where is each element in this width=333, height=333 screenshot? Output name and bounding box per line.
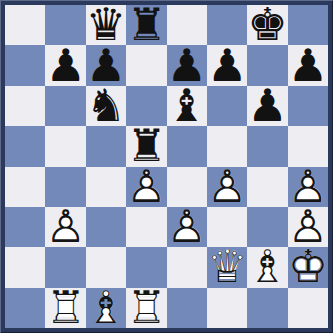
piece-glyph: ♟ (247, 83, 287, 128)
square-f1[interactable] (207, 288, 247, 328)
square-g2[interactable]: ♝♗ (247, 247, 287, 287)
piece-glyph: ♜ (126, 2, 166, 47)
square-d4[interactable]: ♟♙ (126, 167, 166, 207)
black-pawn[interactable]: ♟ (247, 86, 287, 126)
white-bishop[interactable]: ♝♗ (247, 247, 287, 287)
square-g5[interactable] (247, 126, 287, 166)
piece-glyph: ♟ (45, 42, 85, 87)
white-rook[interactable]: ♜♖ (45, 288, 85, 328)
square-g8[interactable]: ♚ (247, 5, 287, 45)
square-g6[interactable]: ♟ (247, 86, 287, 126)
square-d8[interactable]: ♜ (126, 5, 166, 45)
piece-outline-glyph: ♙ (45, 204, 85, 249)
square-b7[interactable]: ♟ (45, 45, 85, 85)
piece-outline-glyph: ♖ (45, 284, 85, 329)
square-h6[interactable] (288, 86, 328, 126)
square-a4[interactable] (5, 167, 45, 207)
white-queen[interactable]: ♛♕ (207, 247, 247, 287)
square-d3[interactable] (126, 207, 166, 247)
square-c1[interactable]: ♝♗ (86, 288, 126, 328)
square-f2[interactable]: ♛♕ (207, 247, 247, 287)
square-b5[interactable] (45, 126, 85, 166)
square-g4[interactable] (247, 167, 287, 207)
square-e6[interactable]: ♝ (167, 86, 207, 126)
square-h1[interactable] (288, 288, 328, 328)
chess-board-frame: ♛♜♚♟♟♟♟♟♞♝♟♜♟♙♟♙♟♙♟♙♟♙♟♙♛♕♝♗♚♔♜♖♝♗♜♖ (0, 0, 333, 333)
square-d1[interactable]: ♜♖ (126, 288, 166, 328)
square-a8[interactable] (5, 5, 45, 45)
piece-outline-glyph: ♔ (288, 244, 328, 289)
square-e5[interactable] (167, 126, 207, 166)
black-knight[interactable]: ♞ (86, 86, 126, 126)
piece-glyph: ♚ (247, 2, 287, 47)
white-pawn[interactable]: ♟♙ (45, 207, 85, 247)
square-f4[interactable]: ♟♙ (207, 167, 247, 207)
white-pawn[interactable]: ♟♙ (207, 167, 247, 207)
square-h7[interactable]: ♟ (288, 45, 328, 85)
piece-glyph: ♞ (86, 83, 126, 128)
square-h2[interactable]: ♚♔ (288, 247, 328, 287)
black-king[interactable]: ♚ (247, 5, 287, 45)
piece-outline-glyph: ♗ (86, 284, 126, 329)
white-pawn[interactable]: ♟♙ (167, 207, 207, 247)
black-pawn[interactable]: ♟ (207, 45, 247, 85)
square-e2[interactable] (167, 247, 207, 287)
piece-outline-glyph: ♗ (247, 244, 287, 289)
white-rook[interactable]: ♜♖ (126, 288, 166, 328)
piece-outline-glyph: ♙ (207, 163, 247, 208)
square-b1[interactable]: ♜♖ (45, 288, 85, 328)
square-a7[interactable] (5, 45, 45, 85)
chess-board: ♛♜♚♟♟♟♟♟♞♝♟♜♟♙♟♙♟♙♟♙♟♙♟♙♛♕♝♗♚♔♜♖♝♗♜♖ (5, 5, 328, 328)
square-e3[interactable]: ♟♙ (167, 207, 207, 247)
square-b3[interactable]: ♟♙ (45, 207, 85, 247)
white-bishop[interactable]: ♝♗ (86, 288, 126, 328)
piece-outline-glyph: ♕ (207, 244, 247, 289)
square-b6[interactable] (45, 86, 85, 126)
piece-outline-glyph: ♖ (126, 284, 166, 329)
square-f6[interactable] (207, 86, 247, 126)
square-a1[interactable] (5, 288, 45, 328)
square-c5[interactable] (86, 126, 126, 166)
white-pawn[interactable]: ♟♙ (126, 167, 166, 207)
black-pawn[interactable]: ♟ (45, 45, 85, 85)
square-e1[interactable] (167, 288, 207, 328)
square-a3[interactable] (5, 207, 45, 247)
square-c6[interactable]: ♞ (86, 86, 126, 126)
piece-outline-glyph: ♙ (167, 204, 207, 249)
square-a5[interactable] (5, 126, 45, 166)
square-d7[interactable] (126, 45, 166, 85)
square-c3[interactable] (86, 207, 126, 247)
piece-glyph: ♝ (167, 83, 207, 128)
square-g1[interactable] (247, 288, 287, 328)
white-king[interactable]: ♚♔ (288, 247, 328, 287)
piece-outline-glyph: ♙ (126, 163, 166, 208)
black-bishop[interactable]: ♝ (167, 86, 207, 126)
square-a2[interactable] (5, 247, 45, 287)
piece-glyph: ♟ (288, 42, 328, 87)
square-f7[interactable]: ♟ (207, 45, 247, 85)
square-a6[interactable] (5, 86, 45, 126)
black-pawn[interactable]: ♟ (288, 45, 328, 85)
piece-glyph: ♟ (207, 42, 247, 87)
square-c4[interactable] (86, 167, 126, 207)
black-rook[interactable]: ♜ (126, 5, 166, 45)
